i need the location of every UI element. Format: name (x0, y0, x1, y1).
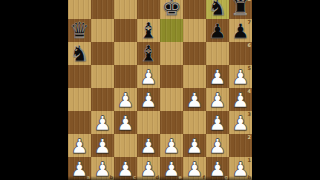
white-pawn[interactable]: ♟ (91, 111, 114, 134)
square-f4[interactable]: ♟ (183, 88, 206, 111)
square-a5[interactable] (68, 65, 91, 88)
white-pawn[interactable]: ♟ (183, 134, 206, 157)
square-c4[interactable]: ♟ (114, 88, 137, 111)
square-a7[interactable]: ♛ (68, 19, 91, 42)
square-e6[interactable] (160, 42, 183, 65)
square-g5[interactable]: ♟ (206, 65, 229, 88)
square-d5[interactable]: ♟ (137, 65, 160, 88)
square-e4[interactable] (160, 88, 183, 111)
rank-label-2: 2 (248, 135, 251, 140)
square-h3[interactable]: ♟3 (229, 111, 252, 134)
square-f3[interactable] (183, 111, 206, 134)
black-bishop[interactable]: ♝ (137, 19, 160, 42)
square-g3[interactable]: ♟ (206, 111, 229, 134)
square-c1[interactable]: ♟c (114, 157, 137, 180)
black-queen[interactable]: ♛ (68, 19, 91, 42)
white-pawn[interactable]: ♟ (91, 134, 114, 157)
black-knight[interactable]: ♞ (68, 42, 91, 65)
white-pawn[interactable]: ♟ (160, 134, 183, 157)
letterbox-left (0, 0, 68, 180)
square-b1[interactable]: ♟b (91, 157, 114, 180)
white-pawn[interactable]: ♟ (68, 157, 91, 180)
black-bishop[interactable]: ♝ (137, 42, 160, 65)
square-h1[interactable]: ♟1h (229, 157, 252, 180)
white-pawn[interactable]: ♟ (206, 134, 229, 157)
square-h8[interactable]: ♜8 (229, 0, 252, 19)
white-pawn[interactable]: ♟ (160, 157, 183, 180)
white-pawn[interactable]: ♟ (206, 157, 229, 180)
letterbox-right (252, 0, 320, 180)
square-e3[interactable] (160, 111, 183, 134)
square-f8[interactable] (183, 0, 206, 19)
white-pawn[interactable]: ♟ (229, 65, 252, 88)
square-a3[interactable] (68, 111, 91, 134)
square-f5[interactable] (183, 65, 206, 88)
white-pawn[interactable]: ♟ (68, 134, 91, 157)
square-b4[interactable] (91, 88, 114, 111)
black-pawn[interactable]: ♟ (229, 19, 252, 42)
square-f6[interactable] (183, 42, 206, 65)
square-d8[interactable] (137, 0, 160, 19)
square-h7[interactable]: ♟7 (229, 19, 252, 42)
white-pawn[interactable]: ♟ (206, 65, 229, 88)
white-pawn[interactable]: ♟ (137, 134, 160, 157)
white-pawn[interactable]: ♟ (229, 157, 252, 180)
white-pawn[interactable]: ♟ (229, 111, 252, 134)
white-pawn[interactable]: ♟ (183, 157, 206, 180)
white-pawn[interactable]: ♟ (229, 88, 252, 111)
black-king[interactable]: ♚ (160, 0, 183, 19)
square-e8[interactable]: ♚ (160, 0, 183, 19)
white-pawn[interactable]: ♟ (114, 111, 137, 134)
square-c7[interactable] (114, 19, 137, 42)
square-a2[interactable]: ♟ (68, 134, 91, 157)
square-d1[interactable]: ♟d (137, 157, 160, 180)
square-d7[interactable]: ♝ (137, 19, 160, 42)
white-pawn[interactable]: ♟ (137, 88, 160, 111)
square-b7[interactable] (91, 19, 114, 42)
black-pawn[interactable]: ♟ (206, 19, 229, 42)
square-b3[interactable]: ♟ (91, 111, 114, 134)
square-b8[interactable] (91, 0, 114, 19)
white-pawn[interactable]: ♟ (91, 157, 114, 180)
square-d3[interactable] (137, 111, 160, 134)
square-b5[interactable] (91, 65, 114, 88)
square-c8[interactable] (114, 0, 137, 19)
square-b6[interactable] (91, 42, 114, 65)
square-f2[interactable]: ♟ (183, 134, 206, 157)
square-h2[interactable]: 2 (229, 134, 252, 157)
black-knight[interactable]: ♞ (206, 0, 229, 19)
square-f1[interactable]: ♟f (183, 157, 206, 180)
white-pawn[interactable]: ♟ (206, 111, 229, 134)
video-frame: ♚♞♜8♛♝♟♟7♞♝6♟♟♟5♟♟♟♟♟4♟♟♟♟3♟♟♟♟♟♟2♟a♟b♟c… (0, 0, 320, 180)
square-d4[interactable]: ♟ (137, 88, 160, 111)
square-a4[interactable] (68, 88, 91, 111)
rank-label-6: 6 (248, 43, 251, 48)
square-g4[interactable]: ♟ (206, 88, 229, 111)
white-pawn[interactable]: ♟ (114, 88, 137, 111)
square-e1[interactable]: ♟e (160, 157, 183, 180)
square-g7[interactable]: ♟ (206, 19, 229, 42)
white-pawn[interactable]: ♟ (137, 157, 160, 180)
square-c2[interactable] (114, 134, 137, 157)
square-f7[interactable] (183, 19, 206, 42)
square-h6[interactable]: 6 (229, 42, 252, 65)
white-pawn[interactable]: ♟ (114, 157, 137, 180)
square-e7[interactable] (160, 19, 183, 42)
square-c3[interactable]: ♟ (114, 111, 137, 134)
square-d2[interactable]: ♟ (137, 134, 160, 157)
square-a6[interactable]: ♞ (68, 42, 91, 65)
square-d6[interactable]: ♝ (137, 42, 160, 65)
square-h4[interactable]: ♟4 (229, 88, 252, 111)
white-pawn[interactable]: ♟ (137, 65, 160, 88)
square-c5[interactable] (114, 65, 137, 88)
white-pawn[interactable]: ♟ (183, 88, 206, 111)
square-a8[interactable] (68, 0, 91, 19)
white-pawn[interactable]: ♟ (206, 88, 229, 111)
square-g2[interactable]: ♟ (206, 134, 229, 157)
chess-board[interactable]: ♚♞♜8♛♝♟♟7♞♝6♟♟♟5♟♟♟♟♟4♟♟♟♟3♟♟♟♟♟♟2♟a♟b♟c… (68, 0, 252, 180)
square-c6[interactable] (114, 42, 137, 65)
black-rook[interactable]: ♜ (229, 0, 252, 19)
square-a1[interactable]: ♟a (68, 157, 91, 180)
square-g1[interactable]: ♟g (206, 157, 229, 180)
square-b2[interactable]: ♟ (91, 134, 114, 157)
square-g8[interactable]: ♞ (206, 0, 229, 19)
square-h5[interactable]: ♟5 (229, 65, 252, 88)
square-e5[interactable] (160, 65, 183, 88)
square-e2[interactable]: ♟ (160, 134, 183, 157)
square-g6[interactable] (206, 42, 229, 65)
